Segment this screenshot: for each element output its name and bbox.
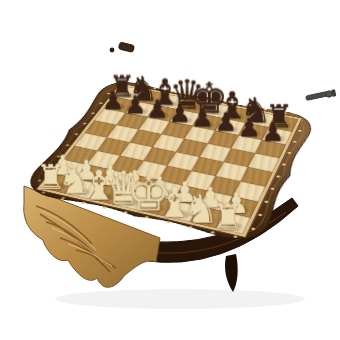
clasp-icon [306,89,337,100]
white-rook: ♜ [205,199,251,235]
square-h7: ♟ [262,127,292,145]
chess-set-photo: ♜♞♝♛♚♝♞♜♟♟♟♟♟♟♟♟♟♟♟♟♟♟♟♟♜♞♝♛♚♝♞♜ [0,0,340,340]
tilted-case: ♜♞♝♛♚♝♞♜♟♟♟♟♟♟♟♟♟♟♟♟♟♟♟♟♜♞♝♛♚♝♞♜ [5,71,327,258]
square-h1: ♜ [216,212,251,234]
scene-perspective: ♜♞♝♛♚♝♞♜♟♟♟♟♟♟♟♟♟♟♟♟♟♟♟♟♜♞♝♛♚♝♞♜ [51,27,301,277]
floor-shadow [55,289,305,309]
black-pawn: ♟ [253,119,294,145]
